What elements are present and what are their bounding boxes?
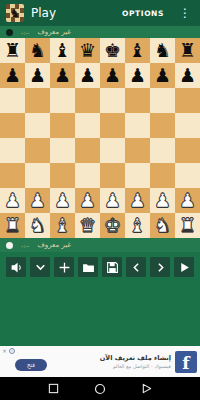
square-d7[interactable]: ♟ [75,63,100,88]
page-title: Play [31,6,56,20]
square-h1[interactable]: ♜ [175,213,200,238]
expand-more-button[interactable] [30,257,50,277]
square-c6[interactable] [50,88,75,113]
chevron-left-icon [130,261,143,274]
save-icon [106,261,119,274]
black-pawn: ♟ [79,63,96,88]
square-d2[interactable]: ♟ [75,188,100,213]
square-b8[interactable]: ♞ [25,38,50,63]
app-bar: ♞ Play OPTIONS ⋮ [0,0,200,26]
black-pawn: ♟ [179,63,196,88]
white-queen: ♛ [79,213,96,238]
white-pawn: ♟ [54,188,71,213]
ad-choices-icon[interactable]: i [9,348,15,354]
top-player-name: غير معروف [38,28,72,36]
square-b1[interactable]: ♞ [25,213,50,238]
ad-cta-button[interactable]: فتح [15,359,47,371]
white-pawn: ♟ [104,188,121,213]
square-a5[interactable] [0,113,25,138]
options-button[interactable]: OPTIONS [122,9,164,18]
white-knight: ♞ [29,213,46,238]
black-bishop: ♝ [54,38,71,63]
square-a8[interactable]: ♜ [0,38,25,63]
square-d4[interactable] [75,138,100,163]
square-f2[interactable]: ♟ [125,188,150,213]
top-player-clock: -:-- [21,29,30,36]
square-d5[interactable] [75,113,100,138]
plus-icon [58,261,71,274]
square-e1[interactable]: ♚ [100,213,125,238]
chess-app-icon: ♞ [6,4,24,22]
black-rook: ♜ [4,38,21,63]
home-button[interactable] [94,383,106,395]
square-h7[interactable]: ♟ [175,63,200,88]
square-g3[interactable] [150,163,175,188]
square-a1[interactable]: ♜ [0,213,25,238]
square-g7[interactable]: ♟ [150,63,175,88]
white-pawn: ♟ [154,188,171,213]
chevron-down-icon [34,261,47,274]
open-file-button[interactable] [78,257,98,277]
black-pawn: ♟ [104,63,121,88]
square-c8[interactable]: ♝ [50,38,75,63]
white-pawn: ♟ [79,188,96,213]
square-e8[interactable]: ♚ [100,38,125,63]
kebab-menu-icon[interactable]: ⋮ [176,8,194,18]
square-f6[interactable] [125,88,150,113]
square-a4[interactable] [0,138,25,163]
facebook-logo-icon[interactable]: f [175,351,197,373]
square-e2[interactable]: ♟ [100,188,125,213]
square-c7[interactable]: ♟ [50,63,75,88]
square-e5[interactable] [100,113,125,138]
square-h4[interactable] [175,138,200,163]
black-pawn: ♟ [154,63,171,88]
white-rook: ♜ [179,213,196,238]
square-g2[interactable]: ♟ [150,188,175,213]
white-bishop: ♝ [129,213,146,238]
square-c3[interactable] [50,163,75,188]
top-player-bar: -:-- غير معروف [0,26,200,38]
back-button[interactable] [141,383,152,394]
save-button[interactable] [102,257,122,277]
white-knight: ♞ [154,213,171,238]
white-pawn: ♟ [129,188,146,213]
square-g4[interactable] [150,138,175,163]
square-d6[interactable] [75,88,100,113]
square-g1[interactable]: ♞ [150,213,175,238]
black-king: ♚ [104,38,121,63]
folder-icon [82,261,95,274]
black-knight: ♞ [154,38,171,63]
black-pawn: ♟ [129,63,146,88]
bottom-player-bar: -:-- غير معروف [0,238,200,252]
square-c4[interactable] [50,138,75,163]
square-g8[interactable]: ♞ [150,38,175,63]
square-e4[interactable] [100,138,125,163]
square-b7[interactable]: ♟ [25,63,50,88]
ad-close-icon[interactable]: × [2,347,7,354]
square-h8[interactable]: ♜ [175,38,200,63]
square-h6[interactable] [175,88,200,113]
chevron-right-icon [154,261,167,274]
square-h3[interactable] [175,163,200,188]
white-pawn: ♟ [4,188,21,213]
white-rook: ♜ [4,213,21,238]
add-button[interactable] [54,257,74,277]
black-knight: ♞ [29,38,46,63]
black-pawn: ♟ [29,63,46,88]
game-toolbar [0,252,200,282]
square-h5[interactable] [175,113,200,138]
square-f5[interactable] [125,113,150,138]
white-pawn: ♟ [29,188,46,213]
square-a7[interactable]: ♟ [0,63,25,88]
square-g6[interactable] [150,88,175,113]
black-queen: ♛ [79,38,96,63]
square-e7[interactable]: ♟ [100,63,125,88]
ad-headline: إنشاء ملف تعريف الآن [100,354,171,362]
square-g5[interactable] [150,113,175,138]
recents-button[interactable] [48,383,59,394]
ad-subtext: فيسبوك - التواصل مع العالم [100,363,171,369]
square-f7[interactable]: ♟ [125,63,150,88]
square-b2[interactable]: ♟ [25,188,50,213]
square-b4[interactable] [25,138,50,163]
black-rook: ♜ [179,38,196,63]
square-c1[interactable]: ♝ [50,213,75,238]
black-pawn: ♟ [4,63,21,88]
square-f4[interactable] [125,138,150,163]
android-nav-bar [0,377,200,400]
square-a6[interactable] [0,88,25,113]
black-pawn: ♟ [54,63,71,88]
square-b5[interactable] [25,113,50,138]
white-pawn: ♟ [179,188,196,213]
square-a2[interactable]: ♟ [0,188,25,213]
bottom-player-name: غير معروف [38,241,72,249]
black-player-dot-icon [6,29,13,36]
square-d3[interactable] [75,163,100,188]
square-e6[interactable] [100,88,125,113]
square-d8[interactable]: ♛ [75,38,100,63]
white-player-dot-icon [6,242,13,249]
square-b3[interactable] [25,163,50,188]
square-e3[interactable] [100,163,125,188]
play-forward-button[interactable] [174,257,194,277]
square-a3[interactable] [0,163,25,188]
next-move-button[interactable] [150,257,170,277]
volume-icon [10,261,23,274]
chess-board[interactable]: ♜♞♝♛♚♝♞♜♟♟♟♟♟♟♟♟♟♟♟♟♟♟♟♟♜♞♝♛♚♝♞♜ [0,38,200,238]
previous-move-button[interactable] [126,257,146,277]
play-icon [178,261,191,274]
volume-button[interactable] [6,257,26,277]
square-f1[interactable]: ♝ [125,213,150,238]
bottom-player-clock: -:-- [21,242,30,249]
square-h2[interactable]: ♟ [175,188,200,213]
background-spacer [0,282,200,346]
square-f8[interactable]: ♝ [125,38,150,63]
square-c5[interactable] [50,113,75,138]
square-f3[interactable] [125,163,150,188]
white-king: ♚ [104,213,121,238]
square-c2[interactable]: ♟ [50,188,75,213]
square-d1[interactable]: ♛ [75,213,100,238]
square-b6[interactable] [25,88,50,113]
white-bishop: ♝ [54,213,71,238]
ad-banner[interactable]: × i فتح إنشاء ملف تعريف الآن فيسبوك - ال… [0,346,200,377]
black-bishop: ♝ [129,38,146,63]
